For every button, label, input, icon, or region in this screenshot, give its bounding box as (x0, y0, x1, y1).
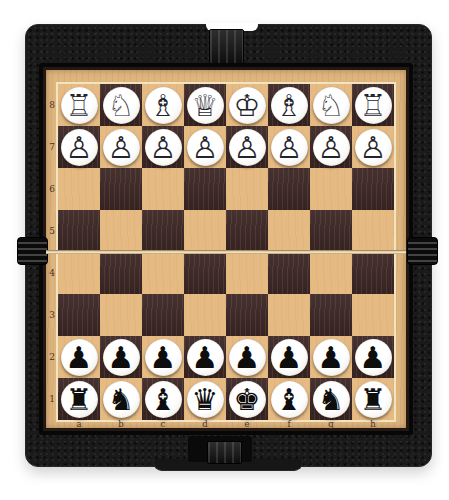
square-d5[interactable] (184, 210, 226, 252)
rank-label-2: 2 (46, 336, 58, 378)
piece-glyph: ♙ (360, 129, 387, 166)
square-e6[interactable] (226, 168, 268, 210)
piece-glyph: ♙ (234, 129, 261, 166)
bottom-latch[interactable] (207, 441, 242, 464)
piece-glyph: ♙ (276, 129, 303, 166)
square-a5[interactable] (58, 210, 100, 252)
square-g5[interactable] (310, 210, 352, 252)
piece-glyph: ♝ (150, 381, 177, 418)
square-d1[interactable]: ♛ (184, 378, 226, 420)
square-a7[interactable]: ♙ (58, 126, 100, 168)
square-b2[interactable]: ♟ (100, 336, 142, 378)
square-h4[interactable] (352, 252, 394, 294)
hinge-clip-left (17, 237, 48, 265)
piece-glyph: ♗ (150, 87, 177, 124)
piece-glyph: ♟ (150, 339, 177, 376)
square-d3[interactable] (184, 294, 226, 336)
square-d6[interactable] (184, 168, 226, 210)
white-pawn-piece[interactable]: ♙ (229, 129, 266, 166)
square-b4[interactable] (100, 252, 142, 294)
square-h2[interactable]: ♟ (352, 336, 394, 378)
square-h7[interactable]: ♙ (352, 126, 394, 168)
piece-glyph: ♟ (360, 339, 387, 376)
piece-glyph: ♘ (108, 87, 135, 124)
square-e7[interactable]: ♙ (226, 126, 268, 168)
piece-glyph: ♛ (192, 381, 219, 418)
black-bishop-piece[interactable]: ♝ (271, 381, 308, 418)
square-b3[interactable] (100, 294, 142, 336)
square-b1[interactable]: ♞ (100, 378, 142, 420)
piece-glyph: ♙ (108, 129, 135, 166)
square-e5[interactable] (226, 210, 268, 252)
file-label-d: d (184, 419, 226, 428)
rank-label-8: 8 (46, 84, 58, 126)
square-e8[interactable]: ♔ (226, 84, 268, 126)
piece-glyph: ♙ (192, 129, 219, 166)
square-g6[interactable] (310, 168, 352, 210)
white-pawn-piece[interactable]: ♙ (187, 129, 224, 166)
piece-glyph: ♖ (360, 87, 387, 124)
square-b8[interactable]: ♘ (100, 84, 142, 126)
piece-glyph: ♘ (318, 87, 345, 124)
piece-glyph: ♔ (234, 87, 261, 124)
white-bishop-piece[interactable]: ♗ (145, 87, 182, 124)
white-queen-piece[interactable]: ♕ (187, 87, 224, 124)
square-a3[interactable] (58, 294, 100, 336)
square-g2[interactable]: ♟ (310, 336, 352, 378)
square-f1[interactable]: ♝ (268, 378, 310, 420)
square-e2[interactable]: ♟ (226, 336, 268, 378)
piece-glyph: ♗ (276, 87, 303, 124)
square-h5[interactable] (352, 210, 394, 252)
file-label-a: a (58, 419, 100, 428)
file-label-f: f (268, 419, 310, 428)
square-g1[interactable]: ♞ (310, 378, 352, 420)
square-e4[interactable] (226, 252, 268, 294)
white-knight-piece[interactable]: ♘ (313, 87, 350, 124)
square-d4[interactable] (184, 252, 226, 294)
black-rook-piece[interactable]: ♜ (355, 381, 392, 418)
white-king-piece[interactable]: ♔ (229, 87, 266, 124)
square-c7[interactable]: ♙ (142, 126, 184, 168)
square-c5[interactable] (142, 210, 184, 252)
square-a8[interactable]: ♖ (58, 84, 100, 126)
photo-background: ♖♘♗♕♔♗♘♖♙♙♙♙♙♙♙♙♟♟♟♟♟♟♟♟♜♞♝♛♚♝♞♜ 8765432… (0, 0, 449, 500)
black-pawn-piece[interactable]: ♟ (61, 339, 98, 376)
white-pawn-piece[interactable]: ♙ (313, 129, 350, 166)
piece-glyph: ♟ (318, 339, 345, 376)
black-pawn-piece[interactable]: ♟ (229, 339, 266, 376)
file-label-e: e (226, 419, 268, 428)
rank-label-6: 6 (46, 168, 58, 210)
black-bishop-piece[interactable]: ♝ (145, 381, 182, 418)
piece-glyph: ♟ (234, 339, 261, 376)
black-knight-piece[interactable]: ♞ (313, 381, 350, 418)
piece-glyph: ♚ (234, 381, 261, 418)
square-c8[interactable]: ♗ (142, 84, 184, 126)
piece-glyph: ♝ (276, 381, 303, 418)
square-g3[interactable] (310, 294, 352, 336)
black-queen-piece[interactable]: ♛ (187, 381, 224, 418)
square-c4[interactable] (142, 252, 184, 294)
square-h3[interactable] (352, 294, 394, 336)
square-c2[interactable]: ♟ (142, 336, 184, 378)
piece-glyph: ♟ (276, 339, 303, 376)
square-d8[interactable]: ♕ (184, 84, 226, 126)
black-rook-piece[interactable]: ♜ (61, 381, 98, 418)
square-f3[interactable] (268, 294, 310, 336)
square-f8[interactable]: ♗ (268, 84, 310, 126)
square-c1[interactable]: ♝ (142, 378, 184, 420)
square-a1[interactable]: ♜ (58, 378, 100, 420)
white-pawn-piece[interactable]: ♙ (103, 129, 140, 166)
piece-glyph: ♜ (360, 381, 387, 418)
white-rook-piece[interactable]: ♖ (61, 87, 98, 124)
square-h6[interactable] (352, 168, 394, 210)
square-b7[interactable]: ♙ (100, 126, 142, 168)
square-h8[interactable]: ♖ (352, 84, 394, 126)
white-pawn-piece[interactable]: ♙ (271, 129, 308, 166)
square-f4[interactable] (268, 252, 310, 294)
rank-label-1: 1 (46, 378, 58, 420)
square-e1[interactable]: ♚ (226, 378, 268, 420)
square-g4[interactable] (310, 252, 352, 294)
piece-glyph: ♙ (66, 129, 93, 166)
hinge-seam (46, 250, 406, 254)
black-pawn-piece[interactable]: ♟ (313, 339, 350, 376)
black-knight-piece[interactable]: ♞ (103, 381, 140, 418)
rank-label-7: 7 (46, 126, 58, 168)
piece-glyph: ♙ (150, 129, 177, 166)
file-label-h: h (352, 419, 394, 428)
piece-glyph: ♞ (318, 381, 345, 418)
piece-glyph: ♟ (66, 339, 93, 376)
square-f7[interactable]: ♙ (268, 126, 310, 168)
file-label-g: g (310, 419, 352, 428)
square-c3[interactable] (142, 294, 184, 336)
square-b5[interactable] (100, 210, 142, 252)
piece-glyph: ♟ (192, 339, 219, 376)
black-pawn-piece[interactable]: ♟ (103, 339, 140, 376)
square-f6[interactable] (268, 168, 310, 210)
square-a6[interactable] (58, 168, 100, 210)
piece-glyph: ♖ (66, 87, 93, 124)
piece-glyph: ♟ (108, 339, 135, 376)
square-h1[interactable]: ♜ (352, 378, 394, 420)
black-pawn-piece[interactable]: ♟ (145, 339, 182, 376)
square-g7[interactable]: ♙ (310, 126, 352, 168)
square-f2[interactable]: ♟ (268, 336, 310, 378)
square-c6[interactable] (142, 168, 184, 210)
file-label-c: c (142, 419, 184, 428)
top-latch[interactable] (209, 29, 244, 64)
black-pawn-piece[interactable]: ♟ (355, 339, 392, 376)
black-pawn-piece[interactable]: ♟ (187, 339, 224, 376)
square-g8[interactable]: ♘ (310, 84, 352, 126)
hinge-clip-right (407, 237, 438, 265)
square-e3[interactable] (226, 294, 268, 336)
white-rook-piece[interactable]: ♖ (355, 87, 392, 124)
piece-glyph: ♕ (192, 87, 219, 124)
white-pawn-piece[interactable]: ♙ (61, 129, 98, 166)
square-b6[interactable] (100, 168, 142, 210)
piece-glyph: ♙ (318, 129, 345, 166)
white-bishop-piece[interactable]: ♗ (271, 87, 308, 124)
white-pawn-piece[interactable]: ♙ (145, 129, 182, 166)
square-d7[interactable]: ♙ (184, 126, 226, 168)
file-label-b: b (100, 419, 142, 428)
square-d2[interactable]: ♟ (184, 336, 226, 378)
white-knight-piece[interactable]: ♘ (103, 87, 140, 124)
black-king-piece[interactable]: ♚ (229, 381, 266, 418)
piece-glyph: ♞ (108, 381, 135, 418)
square-a2[interactable]: ♟ (58, 336, 100, 378)
square-f5[interactable] (268, 210, 310, 252)
white-pawn-piece[interactable]: ♙ (355, 129, 392, 166)
rank-label-3: 3 (46, 294, 58, 336)
chess-board: ♖♘♗♕♔♗♘♖♙♙♙♙♙♙♙♙♟♟♟♟♟♟♟♟♜♞♝♛♚♝♞♜ 8765432… (43, 67, 409, 431)
black-pawn-piece[interactable]: ♟ (271, 339, 308, 376)
piece-glyph: ♜ (66, 381, 93, 418)
square-a4[interactable] (58, 252, 100, 294)
